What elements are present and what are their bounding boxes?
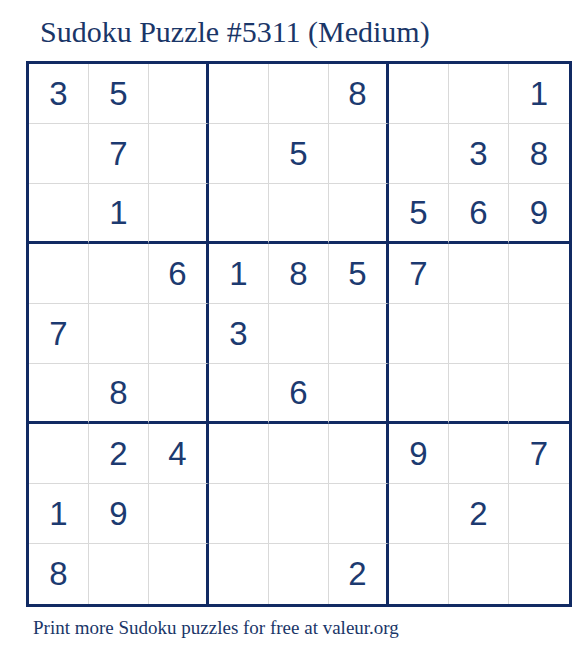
cell-r7c8[interactable] <box>449 424 509 484</box>
cell-r9c8[interactable] <box>449 544 509 604</box>
cell-r7c4[interactable] <box>209 424 269 484</box>
cell-r7c5[interactable] <box>269 424 329 484</box>
cell-r3c5[interactable] <box>269 184 329 244</box>
cell-r2c6[interactable] <box>329 124 389 184</box>
cell-r9c7[interactable] <box>389 544 449 604</box>
cell-r6c5[interactable]: 6 <box>269 364 329 424</box>
cell-r4c7[interactable]: 7 <box>389 244 449 304</box>
cell-r1c9[interactable]: 1 <box>509 64 569 124</box>
cell-r6c2[interactable]: 8 <box>89 364 149 424</box>
cell-r5c5[interactable] <box>269 304 329 364</box>
cell-r3c2[interactable]: 1 <box>89 184 149 244</box>
cell-r9c5[interactable] <box>269 544 329 604</box>
page-title: Sudoku Puzzle #5311 (Medium) <box>40 16 430 48</box>
cell-r3c7[interactable]: 5 <box>389 184 449 244</box>
cell-r9c2[interactable] <box>89 544 149 604</box>
cell-r2c7[interactable] <box>389 124 449 184</box>
cell-r8c8[interactable]: 2 <box>449 484 509 544</box>
cell-r1c3[interactable] <box>149 64 209 124</box>
cell-r1c2[interactable]: 5 <box>89 64 149 124</box>
cell-r8c9[interactable] <box>509 484 569 544</box>
cell-r8c7[interactable] <box>389 484 449 544</box>
cell-r9c6[interactable]: 2 <box>329 544 389 604</box>
cell-r4c9[interactable] <box>509 244 569 304</box>
cell-r7c9[interactable]: 7 <box>509 424 569 484</box>
cell-r1c6[interactable]: 8 <box>329 64 389 124</box>
cell-r6c4[interactable] <box>209 364 269 424</box>
cell-r3c8[interactable]: 6 <box>449 184 509 244</box>
cell-r5c4[interactable]: 3 <box>209 304 269 364</box>
cell-r1c5[interactable] <box>269 64 329 124</box>
cell-r8c5[interactable] <box>269 484 329 544</box>
cell-r2c8[interactable]: 3 <box>449 124 509 184</box>
cell-r1c7[interactable] <box>389 64 449 124</box>
cell-r4c5[interactable]: 8 <box>269 244 329 304</box>
cell-r8c2[interactable]: 9 <box>89 484 149 544</box>
cell-r1c1[interactable]: 3 <box>29 64 89 124</box>
cell-r4c6[interactable]: 5 <box>329 244 389 304</box>
cell-r8c6[interactable] <box>329 484 389 544</box>
cell-r7c1[interactable] <box>29 424 89 484</box>
cell-r3c1[interactable] <box>29 184 89 244</box>
cell-r9c3[interactable] <box>149 544 209 604</box>
sudoku-board: 358175381569618577386249719282 <box>26 61 572 607</box>
cell-r4c4[interactable]: 1 <box>209 244 269 304</box>
cell-r4c1[interactable] <box>29 244 89 304</box>
cell-r7c6[interactable] <box>329 424 389 484</box>
cell-r3c4[interactable] <box>209 184 269 244</box>
cell-r9c4[interactable] <box>209 544 269 604</box>
cell-r2c3[interactable] <box>149 124 209 184</box>
cell-r9c1[interactable]: 8 <box>29 544 89 604</box>
cell-r4c8[interactable] <box>449 244 509 304</box>
cell-r5c6[interactable] <box>329 304 389 364</box>
cell-r7c2[interactable]: 2 <box>89 424 149 484</box>
cell-r9c9[interactable] <box>509 544 569 604</box>
cell-r7c3[interactable]: 4 <box>149 424 209 484</box>
cell-r5c8[interactable] <box>449 304 509 364</box>
cell-r2c1[interactable] <box>29 124 89 184</box>
cell-r2c2[interactable]: 7 <box>89 124 149 184</box>
cell-r7c7[interactable]: 9 <box>389 424 449 484</box>
cell-r2c9[interactable]: 8 <box>509 124 569 184</box>
cell-r6c9[interactable] <box>509 364 569 424</box>
cell-r2c5[interactable]: 5 <box>269 124 329 184</box>
cell-r8c4[interactable] <box>209 484 269 544</box>
cell-r5c7[interactable] <box>389 304 449 364</box>
cell-r6c7[interactable] <box>389 364 449 424</box>
cell-r3c6[interactable] <box>329 184 389 244</box>
cell-r8c3[interactable] <box>149 484 209 544</box>
sudoku-page: Sudoku Puzzle #5311 (Medium) 35817538156… <box>0 0 574 651</box>
cell-r8c1[interactable]: 1 <box>29 484 89 544</box>
cell-r1c8[interactable] <box>449 64 509 124</box>
cell-r4c2[interactable] <box>89 244 149 304</box>
cell-r6c8[interactable] <box>449 364 509 424</box>
cell-r3c9[interactable]: 9 <box>509 184 569 244</box>
cell-r6c6[interactable] <box>329 364 389 424</box>
cell-r3c3[interactable] <box>149 184 209 244</box>
cell-r4c3[interactable]: 6 <box>149 244 209 304</box>
cell-r2c4[interactable] <box>209 124 269 184</box>
cell-r5c1[interactable]: 7 <box>29 304 89 364</box>
cell-r5c9[interactable] <box>509 304 569 364</box>
cell-r6c1[interactable] <box>29 364 89 424</box>
footer-credit: Print more Sudoku puzzles for free at va… <box>33 617 399 639</box>
cell-r1c4[interactable] <box>209 64 269 124</box>
cell-r6c3[interactable] <box>149 364 209 424</box>
cell-r5c3[interactable] <box>149 304 209 364</box>
cell-r5c2[interactable] <box>89 304 149 364</box>
